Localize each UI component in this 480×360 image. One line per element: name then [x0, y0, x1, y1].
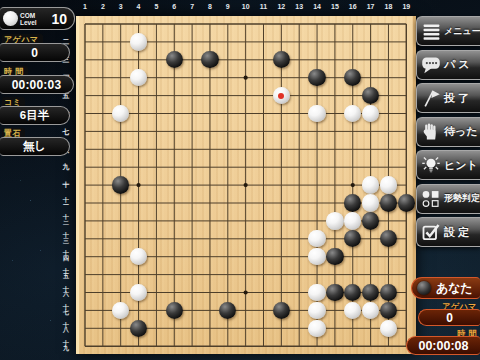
- column-label-14: 14: [310, 3, 324, 10]
- hint-icon: [421, 155, 441, 175]
- row-label-17: 十七: [59, 305, 73, 315]
- column-label-12: 12: [274, 3, 288, 10]
- row-label-15: 十五: [59, 269, 73, 279]
- button-undo[interactable]: 待った: [416, 117, 480, 147]
- stone-black-17-12: [362, 212, 379, 229]
- player-name: あなた: [436, 280, 473, 297]
- menu-icon: [421, 21, 441, 41]
- stone-black-18-11: [380, 194, 397, 211]
- black-stone-icon: [417, 281, 431, 295]
- com-level-value: 10: [39, 11, 74, 27]
- button-pass[interactable]: パ ス: [416, 50, 480, 80]
- white-stone-icon: [3, 11, 18, 26]
- stone-black-14-4: [308, 69, 325, 86]
- column-label-19: 19: [399, 3, 413, 10]
- stone-white-14-18: [308, 320, 325, 337]
- column-label-9: 9: [221, 3, 235, 10]
- background-texture: [0, 0, 1, 1]
- column-label-15: 15: [328, 3, 342, 10]
- column-label-1: 1: [78, 3, 92, 10]
- column-label-5: 5: [149, 3, 163, 10]
- column-label-11: 11: [257, 3, 271, 10]
- stone-black-6-17: [166, 302, 183, 319]
- player-time-value: 00:00:08: [406, 336, 480, 355]
- stone-black-19-11: [398, 194, 415, 211]
- com-level-label: COM Level: [20, 12, 37, 26]
- stone-black-12-17: [273, 302, 290, 319]
- column-label-18: 18: [381, 3, 395, 10]
- button-settings[interactable]: 設 定: [416, 217, 480, 247]
- column-label-13: 13: [292, 3, 306, 10]
- player-badge: あなた: [411, 277, 480, 299]
- stone-white-18-18: [380, 320, 397, 337]
- row-label-11: 十一: [59, 198, 73, 208]
- com-captures-value: 0: [0, 43, 70, 62]
- row-label-16: 十六: [59, 287, 73, 297]
- stone-white-14-16: [308, 284, 325, 301]
- stone-white-18-10: [380, 176, 397, 193]
- stone-white-17-11: [362, 194, 379, 211]
- column-label-7: 7: [185, 3, 199, 10]
- stone-black-8-3: [201, 51, 218, 68]
- pass-icon: [421, 55, 441, 75]
- stone-white-14-17: [308, 302, 325, 319]
- row-label-9: 九: [59, 163, 73, 170]
- stone-white-17-10: [362, 176, 379, 193]
- stone-white-4-2: [130, 33, 147, 50]
- com-player-badge: COM Level 10: [0, 7, 75, 30]
- komi-value: 6目半: [0, 106, 70, 125]
- button-resign[interactable]: 投 了: [416, 83, 480, 113]
- settings-icon: [421, 222, 441, 242]
- last-move-marker: [278, 93, 284, 99]
- column-label-16: 16: [346, 3, 360, 10]
- row-label-12: 十二: [59, 215, 73, 225]
- button-judge[interactable]: 形勢判定: [416, 184, 480, 214]
- stone-black-18-17: [380, 302, 397, 319]
- column-label-4: 4: [132, 3, 146, 10]
- row-label-13: 十三: [59, 233, 73, 243]
- row-label-10: 十: [59, 181, 73, 188]
- column-label-2: 2: [96, 3, 110, 10]
- column-label-8: 8: [203, 3, 217, 10]
- stone-black-4-18: [130, 320, 147, 337]
- com-time-value: 00:00:03: [0, 75, 74, 94]
- column-label-10: 10: [239, 3, 253, 10]
- column-label-17: 17: [364, 3, 378, 10]
- row-label-14: 十四: [59, 251, 73, 261]
- stone-white-14-6: [308, 105, 325, 122]
- column-label-6: 6: [167, 3, 181, 10]
- resign-icon: [421, 88, 441, 108]
- stone-white-16-12: [344, 212, 361, 229]
- row-label-7: 七: [59, 128, 73, 135]
- player-captures-value: 0: [418, 309, 480, 326]
- app-screen: 12345678910111213141516171819 一二三四五六七八九十…: [0, 0, 480, 360]
- stone-black-3-10: [112, 176, 129, 193]
- handicap-value: 無し: [0, 137, 70, 156]
- column-label-3: 3: [114, 3, 128, 10]
- stone-black-15-16: [326, 284, 343, 301]
- go-board[interactable]: [76, 16, 416, 354]
- stone-white-14-14: [308, 248, 325, 265]
- row-label-18: 十八: [59, 323, 73, 333]
- stone-black-16-11: [344, 194, 361, 211]
- judge-icon: [421, 189, 441, 209]
- stone-white-15-12: [326, 212, 343, 229]
- stone-black-15-14: [326, 248, 343, 265]
- button-menu[interactable]: メニュー: [416, 16, 480, 46]
- row-label-19: 十九: [59, 341, 73, 351]
- button-hint[interactable]: ヒント: [416, 150, 480, 180]
- undo-icon: [421, 122, 441, 142]
